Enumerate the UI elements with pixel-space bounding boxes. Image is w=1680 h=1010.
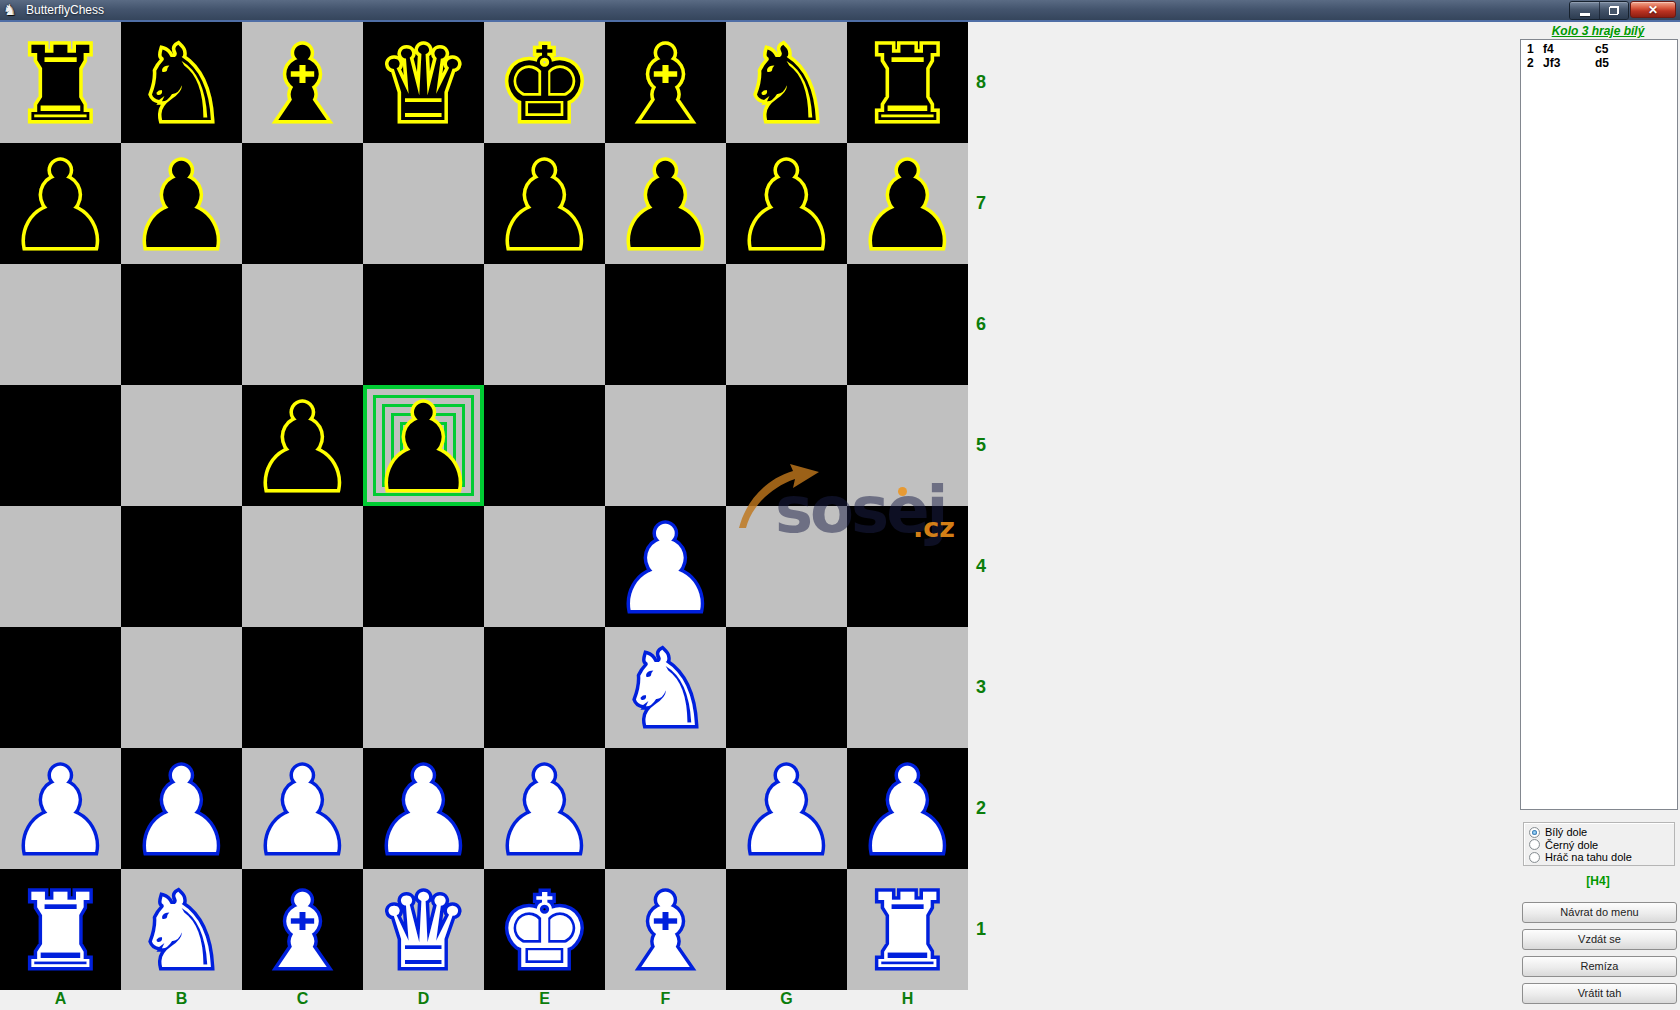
black-move: d5 (1595, 56, 1677, 70)
piece-glyph: ♟ (734, 742, 840, 880)
square-b2[interactable]: ♟♟ (121, 748, 242, 869)
square-f2[interactable] (605, 748, 726, 869)
piece-glyph: ♟ (129, 137, 235, 275)
piece-glyph: ♟ (129, 742, 235, 880)
radio-label: Černý dole (1545, 839, 1598, 851)
square-c7[interactable] (242, 143, 363, 264)
piece-glyph: ♟ (371, 379, 477, 517)
square-b5[interactable] (121, 385, 242, 506)
square-f8[interactable]: ♝♝ (605, 22, 726, 143)
square-c1[interactable]: ♝♝ (242, 869, 363, 990)
action-button-2[interactable]: Remíza (1522, 956, 1677, 977)
black-pawn[interactable]: ♟♟ (613, 147, 719, 265)
piece-glyph: ♟ (8, 742, 114, 880)
square-e7[interactable]: ♟♟ (484, 143, 605, 264)
square-e6[interactable] (484, 264, 605, 385)
square-d5[interactable]: ♟♟ (363, 385, 484, 506)
square-d2[interactable]: ♟♟ (363, 748, 484, 869)
square-g3[interactable] (726, 627, 847, 748)
square-b1[interactable]: ♞♞ (121, 869, 242, 990)
piece-glyph: ♟ (8, 137, 114, 275)
square-f4[interactable]: ♟♟ (605, 506, 726, 627)
move-number: 1 (1527, 42, 1543, 56)
file-label-e: E (484, 989, 605, 1010)
restore-button[interactable] (1599, 2, 1628, 19)
piece-glyph: ♟ (492, 742, 598, 880)
square-e5[interactable] (484, 385, 605, 506)
square-c4[interactable] (242, 506, 363, 627)
move-row[interactable]: 1f4c5 (1527, 42, 1677, 56)
piece-glyph: ♟ (613, 500, 719, 638)
file-label-c: C (242, 989, 363, 1010)
piece-glyph: ♛ (377, 24, 469, 144)
white-bishop[interactable]: ♝♝ (256, 880, 348, 983)
black-pawn[interactable]: ♟♟ (371, 389, 477, 507)
file-label-d: D (363, 989, 484, 1010)
piece-glyph: ♟ (250, 379, 356, 517)
piece-glyph: ♟ (250, 742, 356, 880)
square-b8[interactable]: ♞♞ (121, 22, 242, 143)
white-pawn[interactable]: ♟♟ (250, 752, 356, 870)
piece-glyph: ♞ (740, 24, 832, 144)
side-panel: Kolo 3 hraje bílý 1f4c52Jf3d5 Bílý doleČ… (1518, 22, 1680, 1010)
square-h4[interactable] (847, 506, 968, 627)
radio-icon[interactable] (1529, 852, 1540, 863)
move-number: 2 (1527, 56, 1543, 70)
square-e3[interactable] (484, 627, 605, 748)
square-b6[interactable] (121, 264, 242, 385)
rank-label-8: 8 (968, 22, 1002, 143)
restore-icon (1609, 6, 1619, 15)
round-status: Kolo 3 hraje bílý (1518, 24, 1678, 38)
file-label-h: H (847, 989, 968, 1010)
square-a3[interactable] (0, 627, 121, 748)
move-list[interactable]: 1f4c52Jf3d5 (1520, 39, 1678, 810)
square-e2[interactable]: ♟♟ (484, 748, 605, 869)
square-a4[interactable] (0, 506, 121, 627)
piece-glyph: ♞ (619, 629, 711, 749)
piece-glyph: ♜ (14, 871, 106, 991)
black-bishop[interactable]: ♝♝ (619, 33, 711, 136)
square-d4[interactable] (363, 506, 484, 627)
black-pawn[interactable]: ♟♟ (250, 389, 356, 507)
piece-glyph: ♟ (613, 137, 719, 275)
square-f7[interactable]: ♟♟ (605, 143, 726, 264)
square-h3[interactable] (847, 627, 968, 748)
black-knight[interactable]: ♞♞ (740, 33, 832, 136)
square-g8[interactable]: ♞♞ (726, 22, 847, 143)
app-icon: ♞ (3, 2, 20, 19)
rank-label-3: 3 (968, 627, 1002, 748)
white-rook[interactable]: ♜♜ (14, 880, 106, 983)
file-label-b: B (121, 989, 242, 1010)
square-f6[interactable] (605, 264, 726, 385)
square-f1[interactable]: ♝♝ (605, 869, 726, 990)
piece-glyph: ♜ (861, 871, 953, 991)
minimize-button[interactable] (1570, 2, 1599, 19)
piece-glyph: ♞ (135, 871, 227, 991)
white-pawn[interactable]: ♟♟ (8, 752, 114, 870)
piece-glyph: ♝ (619, 24, 711, 144)
square-e8[interactable]: ♚♚ (484, 22, 605, 143)
square-e4[interactable] (484, 506, 605, 627)
black-pawn[interactable]: ♟♟ (129, 147, 235, 265)
square-c2[interactable]: ♟♟ (242, 748, 363, 869)
piece-glyph: ♝ (256, 871, 348, 991)
piece-glyph: ♟ (492, 137, 598, 275)
rank-label-4: 4 (968, 506, 1002, 627)
white-move: Jf3 (1543, 56, 1595, 70)
square-f3[interactable]: ♞♞ (605, 627, 726, 748)
piece-glyph: ♚ (498, 24, 590, 144)
black-pawn[interactable]: ♟♟ (855, 147, 961, 265)
piece-glyph: ♝ (619, 871, 711, 991)
square-g5[interactable] (726, 385, 847, 506)
rank-label-7: 7 (968, 143, 1002, 264)
action-button-0[interactable]: Návrat do menu (1522, 902, 1677, 923)
file-label-a: A (0, 989, 121, 1010)
white-pawn[interactable]: ♟♟ (492, 752, 598, 870)
rank-label-1: 1 (968, 869, 1002, 990)
chess-board: ♜♜♞♞♝♝♛♛♚♚♝♝♞♞♜♜♟♟♟♟♟♟♟♟♟♟♟♟♟♟♟♟♟♟♞♞♟♟♟♟… (0, 22, 968, 990)
square-h8[interactable]: ♜♜ (847, 22, 968, 143)
black-pawn[interactable]: ♟♟ (8, 147, 114, 265)
square-c6[interactable] (242, 264, 363, 385)
black-rook[interactable]: ♜♜ (14, 33, 106, 136)
white-rook[interactable]: ♜♜ (861, 880, 953, 983)
white-bishop[interactable]: ♝♝ (619, 880, 711, 983)
piece-glyph: ♟ (371, 742, 477, 880)
last-move-label: [H4] (1518, 874, 1678, 888)
black-bishop[interactable]: ♝♝ (256, 33, 348, 136)
piece-glyph: ♝ (256, 24, 348, 144)
square-g2[interactable]: ♟♟ (726, 748, 847, 869)
square-a5[interactable] (0, 385, 121, 506)
file-label-f: F (605, 989, 726, 1010)
white-pawn[interactable]: ♟♟ (734, 752, 840, 870)
square-a1[interactable]: ♜♜ (0, 869, 121, 990)
white-move: f4 (1543, 42, 1595, 56)
white-king[interactable]: ♚♚ (498, 880, 590, 983)
white-pawn[interactable]: ♟♟ (371, 752, 477, 870)
square-c8[interactable]: ♝♝ (242, 22, 363, 143)
minimize-icon (1580, 13, 1590, 16)
square-a2[interactable]: ♟♟ (0, 748, 121, 869)
square-h6[interactable] (847, 264, 968, 385)
square-a8[interactable]: ♜♜ (0, 22, 121, 143)
piece-glyph: ♟ (855, 742, 961, 880)
white-pawn[interactable]: ♟♟ (129, 752, 235, 870)
black-pawn[interactable]: ♟♟ (734, 147, 840, 265)
white-knight[interactable]: ♞♞ (619, 638, 711, 741)
piece-glyph: ♜ (861, 24, 953, 144)
square-d8[interactable]: ♛♛ (363, 22, 484, 143)
white-pawn[interactable]: ♟♟ (855, 752, 961, 870)
radio-option-1[interactable]: Černý dole (1529, 839, 1674, 852)
orientation-options: Bílý doleČerný doleHráč na tahu dole (1523, 822, 1675, 866)
square-a6[interactable] (0, 264, 121, 385)
action-button-3[interactable]: Vrátit tah (1522, 983, 1677, 1004)
window-controls: ✕ (1569, 1, 1676, 20)
white-knight[interactable]: ♞♞ (135, 880, 227, 983)
window-title: ButterflyChess (26, 3, 104, 17)
titlebar: ♞ ButterflyChess ✕ (0, 0, 1680, 22)
square-c3[interactable] (242, 627, 363, 748)
move-row[interactable]: 2Jf3d5 (1527, 56, 1677, 70)
white-queen[interactable]: ♛♛ (377, 880, 469, 983)
file-labels: ABCDEFGH (0, 989, 968, 1010)
close-button[interactable]: ✕ (1630, 1, 1676, 18)
action-button-1[interactable]: Vzdát se (1522, 929, 1677, 950)
square-c5[interactable]: ♟♟ (242, 385, 363, 506)
square-h7[interactable]: ♟♟ (847, 143, 968, 264)
piece-glyph: ♛ (377, 871, 469, 991)
square-g6[interactable] (726, 264, 847, 385)
rank-label-2: 2 (968, 748, 1002, 869)
piece-glyph: ♜ (14, 24, 106, 144)
white-pawn[interactable]: ♟♟ (613, 510, 719, 628)
rank-label-6: 6 (968, 264, 1002, 385)
piece-glyph: ♟ (734, 137, 840, 275)
black-knight[interactable]: ♞♞ (135, 33, 227, 136)
square-b4[interactable] (121, 506, 242, 627)
square-g1[interactable] (726, 869, 847, 990)
black-pawn[interactable]: ♟♟ (492, 147, 598, 265)
radio-icon[interactable] (1529, 839, 1540, 850)
radio-label: Hráč na tahu dole (1545, 851, 1632, 863)
rank-label-5: 5 (968, 385, 1002, 506)
square-h1[interactable]: ♜♜ (847, 869, 968, 990)
radio-option-2[interactable]: Hráč na tahu dole (1529, 851, 1674, 864)
square-h5[interactable] (847, 385, 968, 506)
square-a7[interactable]: ♟♟ (0, 143, 121, 264)
radio-icon[interactable] (1529, 827, 1540, 838)
black-king[interactable]: ♚♚ (498, 33, 590, 136)
black-queen[interactable]: ♛♛ (377, 33, 469, 136)
file-label-g: G (726, 989, 847, 1010)
square-b3[interactable] (121, 627, 242, 748)
square-h2[interactable]: ♟♟ (847, 748, 968, 869)
square-d1[interactable]: ♛♛ (363, 869, 484, 990)
black-rook[interactable]: ♜♜ (861, 33, 953, 136)
square-d6[interactable] (363, 264, 484, 385)
square-g7[interactable]: ♟♟ (726, 143, 847, 264)
square-d3[interactable] (363, 627, 484, 748)
action-buttons: Návrat do menuVzdát seRemízaVrátit tah (1522, 902, 1677, 1010)
square-d7[interactable] (363, 143, 484, 264)
square-g4[interactable] (726, 506, 847, 627)
app-window: ♞ ButterflyChess ✕ ♜♜♞♞♝♝♛♛♚♚♝♝♞♞♜♜♟♟♟♟♟… (0, 0, 1680, 1010)
piece-glyph: ♟ (855, 137, 961, 275)
square-f5[interactable] (605, 385, 726, 506)
square-e1[interactable]: ♚♚ (484, 869, 605, 990)
radio-option-0[interactable]: Bílý dole (1529, 826, 1674, 839)
piece-glyph: ♞ (135, 24, 227, 144)
square-b7[interactable]: ♟♟ (121, 143, 242, 264)
black-move: c5 (1595, 42, 1677, 56)
piece-glyph: ♚ (498, 871, 590, 991)
rank-labels: 87654321 (968, 22, 1002, 990)
radio-label: Bílý dole (1545, 826, 1587, 838)
